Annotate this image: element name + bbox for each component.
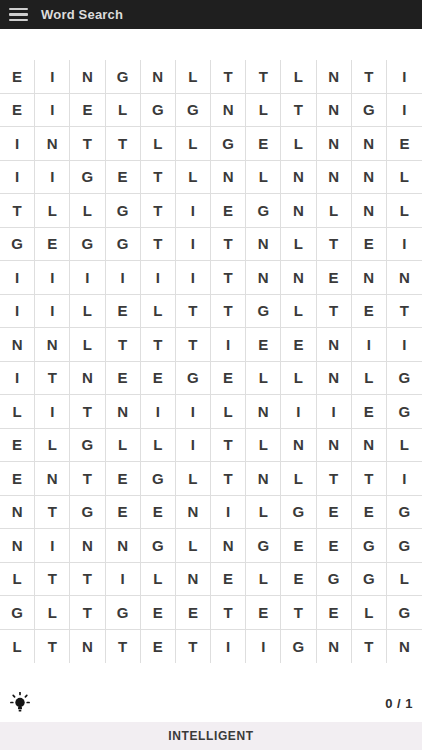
grid-cell-r11c9[interactable]: I [281,395,316,429]
grid-cell-r4c11[interactable]: N [352,161,387,195]
grid-cell-r18c9[interactable]: G [281,630,316,664]
grid-cell-r12c4[interactable]: L [106,429,141,463]
grid-cell-r7c10[interactable]: E [317,261,352,295]
grid-cell-r18c6[interactable]: T [176,630,211,664]
grid-cell-r8c10[interactable]: T [317,295,352,329]
grid-cell-r9c4[interactable]: T [106,328,141,362]
grid-cell-r18c8[interactable]: I [246,630,281,664]
grid-cell-r14c5[interactable]: E [141,496,176,530]
grid-cell-r15c1[interactable]: N [0,529,35,563]
grid-cell-r16c5[interactable]: L [141,563,176,597]
grid-cell-r3c9[interactable]: L [281,127,316,161]
grid-cell-r14c10[interactable]: E [317,496,352,530]
grid-cell-r1c10[interactable]: N [317,60,352,94]
grid-cell-r7c1[interactable]: I [0,261,35,295]
grid-cell-r4c8[interactable]: L [246,161,281,195]
grid-cell-r18c2[interactable]: T [35,630,70,664]
grid-cell-r10c2[interactable]: T [35,362,70,396]
grid-cell-r2c5[interactable]: G [141,94,176,128]
grid-cell-r1c4[interactable]: G [106,60,141,94]
grid-cell-r1c6[interactable]: L [176,60,211,94]
grid-cell-r7c5[interactable]: I [141,261,176,295]
grid-cell-r1c2[interactable]: I [35,60,70,94]
grid-cell-r13c2[interactable]: N [35,462,70,496]
grid-cell-r3c2[interactable]: N [35,127,70,161]
grid-cell-r18c11[interactable]: T [352,630,387,664]
grid-cell-r17c12[interactable]: G [387,596,422,630]
grid-cell-r15c9[interactable]: E [281,529,316,563]
grid-cell-r17c2[interactable]: L [35,596,70,630]
grid-cell-r3c7[interactable]: G [211,127,246,161]
grid-cell-r16c10[interactable]: G [317,563,352,597]
grid-cell-r8c11[interactable]: E [352,295,387,329]
grid-cell-r11c11[interactable]: E [352,395,387,429]
grid-cell-r17c4[interactable]: G [106,596,141,630]
grid-cell-r17c8[interactable]: E [246,596,281,630]
grid-cell-r9c1[interactable]: N [0,328,35,362]
grid-cell-r10c10[interactable]: N [317,362,352,396]
grid-cell-r13c4[interactable]: E [106,462,141,496]
grid-cell-r3c12[interactable]: E [387,127,422,161]
grid-cell-r16c12[interactable]: L [387,563,422,597]
grid-cell-r17c9[interactable]: T [281,596,316,630]
grid-cell-r15c5[interactable]: G [141,529,176,563]
grid-cell-r9c6[interactable]: T [176,328,211,362]
grid-cell-r16c3[interactable]: T [70,563,105,597]
grid-cell-r6c10[interactable]: T [317,228,352,262]
grid-cell-r6c4[interactable]: G [106,228,141,262]
grid-cell-r4c2[interactable]: I [35,161,70,195]
word-search-grid[interactable]: EINGNLTTLNTIEIELGGNLTNGIINTTLLGELNNEIIGE… [0,60,422,663]
grid-cell-r16c4[interactable]: I [106,563,141,597]
grid-cell-r16c9[interactable]: E [281,563,316,597]
grid-cell-r5c1[interactable]: T [0,194,35,228]
grid-cell-r18c1[interactable]: L [0,630,35,664]
grid-cell-r9c8[interactable]: E [246,328,281,362]
grid-cell-r8c8[interactable]: G [246,295,281,329]
grid-cell-r3c3[interactable]: T [70,127,105,161]
grid-cell-r10c3[interactable]: N [70,362,105,396]
grid-cell-r12c5[interactable]: L [141,429,176,463]
grid-cell-r7c11[interactable]: N [352,261,387,295]
grid-cell-r3c4[interactable]: T [106,127,141,161]
grid-cell-r13c9[interactable]: L [281,462,316,496]
grid-cell-r4c1[interactable]: I [0,161,35,195]
word-to-find: INTELLIGENT [168,729,253,743]
grid-cell-r7c2[interactable]: I [35,261,70,295]
grid-cell-r8c4[interactable]: E [106,295,141,329]
grid-cell-r2c8[interactable]: L [246,94,281,128]
grid-cell-r6c8[interactable]: N [246,228,281,262]
grid-cell-r10c12[interactable]: G [387,362,422,396]
grid-cell-r7c9[interactable]: N [281,261,316,295]
grid-cell-r17c7[interactable]: T [211,596,246,630]
grid-cell-r11c6[interactable]: I [176,395,211,429]
grid-cell-r10c5[interactable]: E [141,362,176,396]
grid-cell-r5c9[interactable]: N [281,194,316,228]
grid-cell-r4c5[interactable]: T [141,161,176,195]
grid-cell-r1c1[interactable]: E [0,60,35,94]
grid-cell-r7c6[interactable]: I [176,261,211,295]
grid-cell-r11c8[interactable]: N [246,395,281,429]
grid-cell-r17c11[interactable]: L [352,596,387,630]
grid-cell-r6c2[interactable]: E [35,228,70,262]
grid-cell-r16c1[interactable]: L [0,563,35,597]
grid-cell-r1c12[interactable]: I [387,60,422,94]
grid-cell-r1c3[interactable]: N [70,60,105,94]
grid-cell-r1c8[interactable]: T [246,60,281,94]
grid-cell-r14c12[interactable]: G [387,496,422,530]
grid-cell-r17c10[interactable]: E [317,596,352,630]
grid-cell-r2c3[interactable]: E [70,94,105,128]
word-list-strip: INTELLIGENT [0,722,422,750]
grid-cell-r5c7[interactable]: E [211,194,246,228]
grid-cell-r5c2[interactable]: L [35,194,70,228]
grid-cell-r16c7[interactable]: E [211,563,246,597]
grid-cell-r13c10[interactable]: T [317,462,352,496]
grid-cell-r10c6[interactable]: G [176,362,211,396]
grid-cell-r11c1[interactable]: L [0,395,35,429]
grid-cell-r15c7[interactable]: N [211,529,246,563]
grid-cell-r12c1[interactable]: E [0,429,35,463]
grid-cell-r7c8[interactable]: N [246,261,281,295]
grid-cell-r6c1[interactable]: G [0,228,35,262]
grid-cell-r3c8[interactable]: E [246,127,281,161]
grid-cell-r4c4[interactable]: E [106,161,141,195]
grid-cell-r14c4[interactable]: E [106,496,141,530]
grid-cell-r6c12[interactable]: I [387,228,422,262]
grid-cell-r9c7[interactable]: I [211,328,246,362]
grid-cell-r18c12[interactable]: N [387,630,422,664]
grid-cell-r8c5[interactable]: L [141,295,176,329]
grid-cell-r12c6[interactable]: I [176,429,211,463]
grid-cell-r9c2[interactable]: N [35,328,70,362]
grid-cell-r14c2[interactable]: T [35,496,70,530]
grid-cell-r12c12[interactable]: L [387,429,422,463]
grid-cell-r11c10[interactable]: I [317,395,352,429]
grid-cell-r15c2[interactable]: I [35,529,70,563]
grid-cell-r8c1[interactable]: I [0,295,35,329]
grid-cell-r15c3[interactable]: N [70,529,105,563]
app-bar: Word Search [0,0,422,29]
grid-cell-r15c4[interactable]: N [106,529,141,563]
grid-cell-r14c11[interactable]: E [352,496,387,530]
grid-cell-r5c4[interactable]: G [106,194,141,228]
grid-cell-r16c11[interactable]: G [352,563,387,597]
grid-cell-r5c10[interactable]: L [317,194,352,228]
grid-cell-r13c12[interactable]: I [387,462,422,496]
grid-cell-r9c9[interactable]: E [281,328,316,362]
grid-cell-r8c9[interactable]: L [281,295,316,329]
grid-cell-r9c5[interactable]: T [141,328,176,362]
grid-cell-r10c9[interactable]: L [281,362,316,396]
grid-cell-r4c12[interactable]: L [387,161,422,195]
grid-cell-r2c1[interactable]: E [0,94,35,128]
grid-cell-r9c10[interactable]: N [317,328,352,362]
grid-cell-r3c5[interactable]: L [141,127,176,161]
grid-cell-r16c2[interactable]: T [35,563,70,597]
grid-cell-r17c6[interactable]: E [176,596,211,630]
grid-cell-r10c1[interactable]: I [0,362,35,396]
grid-cell-r17c1[interactable]: G [0,596,35,630]
grid-cell-r18c3[interactable]: N [70,630,105,664]
grid-cell-r14c7[interactable]: I [211,496,246,530]
grid-cell-r13c8[interactable]: N [246,462,281,496]
grid-cell-r18c4[interactable]: T [106,630,141,664]
grid-cell-r8c12[interactable]: T [387,295,422,329]
grid-cell-r9c3[interactable]: L [70,328,105,362]
found-counter: 0 / 1 [385,696,413,711]
grid-cell-r4c9[interactable]: N [281,161,316,195]
grid-cell-r18c5[interactable]: E [141,630,176,664]
grid-cell-r7c3[interactable]: I [70,261,105,295]
grid-cell-r7c7[interactable]: T [211,261,246,295]
grid-cell-r2c2[interactable]: I [35,94,70,128]
grid-cell-r13c3[interactable]: T [70,462,105,496]
grid-cell-r10c4[interactable]: E [106,362,141,396]
grid-cell-r6c5[interactable]: T [141,228,176,262]
grid-cell-r15c8[interactable]: G [246,529,281,563]
grid-cell-r13c1[interactable]: E [0,462,35,496]
grid-cell-r11c7[interactable]: L [211,395,246,429]
grid-cell-r15c10[interactable]: E [317,529,352,563]
grid-cell-r10c8[interactable]: L [246,362,281,396]
grid-cell-r3c6[interactable]: L [176,127,211,161]
grid-cell-r11c3[interactable]: T [70,395,105,429]
grid-cell-r14c8[interactable]: L [246,496,281,530]
grid-cell-r1c5[interactable]: N [141,60,176,94]
grid-cell-r5c8[interactable]: G [246,194,281,228]
grid-cell-r9c12[interactable]: I [387,328,422,362]
grid-cell-r12c9[interactable]: N [281,429,316,463]
grid-cell-r12c7[interactable]: T [211,429,246,463]
grid-cell-r12c8[interactable]: L [246,429,281,463]
grid-cell-r18c7[interactable]: I [211,630,246,664]
grid-cell-r15c12[interactable]: G [387,529,422,563]
grid-cell-r3c10[interactable]: N [317,127,352,161]
grid-cell-r5c3[interactable]: L [70,194,105,228]
grid-cell-r18c10[interactable]: N [317,630,352,664]
grid-cell-r16c8[interactable]: L [246,563,281,597]
grid-cell-r11c12[interactable]: G [387,395,422,429]
grid-cell-r2c11[interactable]: G [352,94,387,128]
grid-cell-r11c5[interactable]: I [141,395,176,429]
grid-cell-r1c7[interactable]: T [211,60,246,94]
grid-cell-r10c11[interactable]: L [352,362,387,396]
grid-cell-r4c10[interactable]: N [317,161,352,195]
grid-cell-r14c6[interactable]: N [176,496,211,530]
grid-cell-r1c9[interactable]: L [281,60,316,94]
grid-cell-r7c12[interactable]: N [387,261,422,295]
grid-cell-r14c9[interactable]: G [281,496,316,530]
grid-cell-r6c9[interactable]: L [281,228,316,262]
grid-cell-r3c11[interactable]: N [352,127,387,161]
grid-cell-r14c1[interactable]: N [0,496,35,530]
grid-cell-r8c2[interactable]: I [35,295,70,329]
grid-cell-r11c4[interactable]: N [106,395,141,429]
grid-cell-r2c9[interactable]: T [281,94,316,128]
hint-bar: 0 / 1 [0,684,422,722]
grid-cell-r6c6[interactable]: I [176,228,211,262]
grid-cell-r1c11[interactable]: T [352,60,387,94]
grid-cell-r7c4[interactable]: I [106,261,141,295]
grid-cell-r2c4[interactable]: L [106,94,141,128]
grid-cell-r4c3[interactable]: G [70,161,105,195]
grid-cell-r13c7[interactable]: T [211,462,246,496]
grid-cell-r15c11[interactable]: G [352,529,387,563]
grid-cell-r5c11[interactable]: N [352,194,387,228]
grid-cell-r13c11[interactable]: T [352,462,387,496]
grid-cell-r13c5[interactable]: G [141,462,176,496]
grid-cell-r2c7[interactable]: N [211,94,246,128]
grid-cell-r5c12[interactable]: L [387,194,422,228]
grid-cell-r6c11[interactable]: E [352,228,387,262]
lightbulb-hint-icon[interactable] [9,691,31,715]
grid-cell-r6c7[interactable]: T [211,228,246,262]
grid-cell-r11c2[interactable]: I [35,395,70,429]
grid-cell-r12c3[interactable]: G [70,429,105,463]
grid-cell-r8c3[interactable]: L [70,295,105,329]
grid-cell-r14c3[interactable]: G [70,496,105,530]
grid-cell-r12c10[interactable]: N [317,429,352,463]
grid-cell-r15c6[interactable]: L [176,529,211,563]
grid-cell-r4c7[interactable]: N [211,161,246,195]
grid-cell-r2c6[interactable]: G [176,94,211,128]
grid-cell-r8c7[interactable]: T [211,295,246,329]
grid-cell-r2c10[interactable]: N [317,94,352,128]
grid-cell-r8c6[interactable]: T [176,295,211,329]
app-title: Word Search [41,7,123,22]
grid-cell-r12c11[interactable]: N [352,429,387,463]
grid-cell-r13c6[interactable]: L [176,462,211,496]
grid-cell-r4c6[interactable]: L [176,161,211,195]
grid-cell-r5c5[interactable]: T [141,194,176,228]
grid-cell-r10c7[interactable]: E [211,362,246,396]
grid-cell-r5c6[interactable]: I [176,194,211,228]
grid-cell-r6c3[interactable]: G [70,228,105,262]
grid-cell-r3c1[interactable]: I [0,127,35,161]
grid-cell-r17c5[interactable]: E [141,596,176,630]
grid-cell-r17c3[interactable]: T [70,596,105,630]
grid-cell-r9c11[interactable]: I [352,328,387,362]
grid-cell-r2c12[interactable]: I [387,94,422,128]
menu-icon[interactable] [9,8,28,21]
grid-cell-r12c2[interactable]: L [35,429,70,463]
grid-cell-r16c6[interactable]: N [176,563,211,597]
